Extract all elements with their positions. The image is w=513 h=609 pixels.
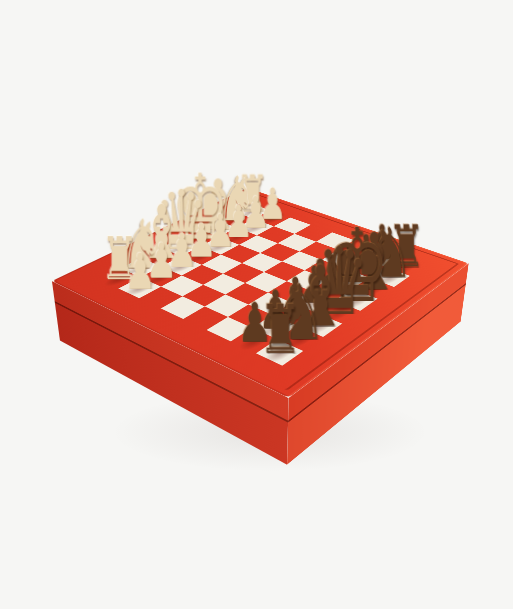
rook-glyph: ♜ (238, 296, 322, 363)
piece-black-knight-b8: ♞ (244, 261, 357, 338)
piece-black-pawn-b7: ♟ (219, 273, 330, 326)
pawn-glyph: ♟ (235, 283, 315, 336)
piece-black-rook-a8: ♜ (222, 285, 338, 352)
product-photo: ♜♞♝♛♚♝♞♜♟♟♟♟♟♟♟♟♟♟♟♟♟♟♟♟♜♞♝♛♚♝♞♜ (0, 0, 513, 609)
pawn-glyph: ♟ (255, 271, 333, 323)
box-faces: ♜♞♝♛♚♝♞♜♟♟♟♟♟♟♟♟♟♟♟♟♟♟♟♟♜♞♝♛♚♝♞♜ (52, 188, 469, 398)
photo-scene: ♜♞♝♛♚♝♞♜♟♟♟♟♟♟♟♟♟♟♟♟♟♟♟♟♜♞♝♛♚♝♞♜ (0, 0, 513, 609)
pawn-glyph: ♟ (213, 295, 295, 350)
piece-black-pawn-a7: ♟ (197, 286, 311, 341)
knight-glyph: ♞ (260, 274, 342, 351)
